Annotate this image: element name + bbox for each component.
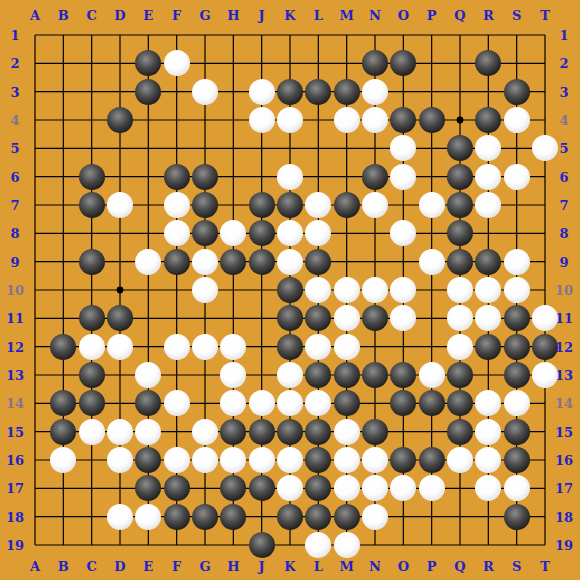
intersection-J4[interactable]	[247, 106, 275, 134]
intersection-N17[interactable]	[361, 474, 389, 502]
intersection-C13[interactable]	[77, 361, 105, 389]
intersection-G4[interactable]	[191, 106, 219, 134]
intersection-D15[interactable]	[106, 417, 134, 445]
intersection-T12[interactable]	[531, 332, 559, 360]
intersection-R4[interactable]	[474, 106, 502, 134]
intersection-Q11[interactable]	[446, 304, 474, 332]
intersection-F17[interactable]	[162, 474, 190, 502]
intersection-T9[interactable]	[531, 247, 559, 275]
intersection-S3[interactable]	[502, 77, 530, 105]
intersection-R10[interactable]	[474, 276, 502, 304]
intersection-J1[interactable]	[247, 21, 275, 49]
intersection-O5[interactable]	[389, 134, 417, 162]
intersection-J10[interactable]	[247, 276, 275, 304]
intersection-C4[interactable]	[77, 106, 105, 134]
intersection-O12[interactable]	[389, 332, 417, 360]
intersection-F7[interactable]	[162, 191, 190, 219]
intersection-F18[interactable]	[162, 502, 190, 530]
intersection-N7[interactable]	[361, 191, 389, 219]
intersection-R9[interactable]	[474, 247, 502, 275]
intersection-L8[interactable]	[304, 219, 332, 247]
intersection-G3[interactable]	[191, 77, 219, 105]
intersection-R6[interactable]	[474, 162, 502, 190]
intersection-Q3[interactable]	[446, 77, 474, 105]
intersection-M4[interactable]	[332, 106, 360, 134]
intersection-M9[interactable]	[332, 247, 360, 275]
intersection-Q19[interactable]	[446, 531, 474, 559]
intersection-Q4[interactable]	[446, 106, 474, 134]
intersection-G13[interactable]	[191, 361, 219, 389]
intersection-O8[interactable]	[389, 219, 417, 247]
intersection-L5[interactable]	[304, 134, 332, 162]
intersection-N14[interactable]	[361, 389, 389, 417]
intersection-M14[interactable]	[332, 389, 360, 417]
intersection-G17[interactable]	[191, 474, 219, 502]
intersection-E3[interactable]	[134, 77, 162, 105]
intersection-J9[interactable]	[247, 247, 275, 275]
intersection-C1[interactable]	[77, 21, 105, 49]
intersection-P17[interactable]	[417, 474, 445, 502]
intersection-A12[interactable]	[21, 332, 49, 360]
intersection-D17[interactable]	[106, 474, 134, 502]
intersection-B19[interactable]	[49, 531, 77, 559]
intersection-P19[interactable]	[417, 531, 445, 559]
intersection-K15[interactable]	[276, 417, 304, 445]
intersection-J18[interactable]	[247, 502, 275, 530]
intersection-O2[interactable]	[389, 49, 417, 77]
intersection-N1[interactable]	[361, 21, 389, 49]
intersection-O18[interactable]	[389, 502, 417, 530]
intersection-Q14[interactable]	[446, 389, 474, 417]
intersection-O3[interactable]	[389, 77, 417, 105]
intersection-B6[interactable]	[49, 162, 77, 190]
intersection-P16[interactable]	[417, 446, 445, 474]
intersection-O19[interactable]	[389, 531, 417, 559]
intersection-A8[interactable]	[21, 219, 49, 247]
intersection-T8[interactable]	[531, 219, 559, 247]
intersection-A11[interactable]	[21, 304, 49, 332]
intersection-G8[interactable]	[191, 219, 219, 247]
intersection-D5[interactable]	[106, 134, 134, 162]
intersection-C18[interactable]	[77, 502, 105, 530]
intersection-O17[interactable]	[389, 474, 417, 502]
intersection-T11[interactable]	[531, 304, 559, 332]
intersection-D9[interactable]	[106, 247, 134, 275]
intersection-D18[interactable]	[106, 502, 134, 530]
intersection-H4[interactable]	[219, 106, 247, 134]
intersection-J17[interactable]	[247, 474, 275, 502]
intersection-T16[interactable]	[531, 446, 559, 474]
intersection-F5[interactable]	[162, 134, 190, 162]
intersection-L10[interactable]	[304, 276, 332, 304]
intersection-S9[interactable]	[502, 247, 530, 275]
intersection-R18[interactable]	[474, 502, 502, 530]
intersection-K18[interactable]	[276, 502, 304, 530]
intersection-D3[interactable]	[106, 77, 134, 105]
intersection-J8[interactable]	[247, 219, 275, 247]
intersection-Q17[interactable]	[446, 474, 474, 502]
intersection-K12[interactable]	[276, 332, 304, 360]
intersection-T6[interactable]	[531, 162, 559, 190]
intersection-P9[interactable]	[417, 247, 445, 275]
intersection-K4[interactable]	[276, 106, 304, 134]
intersection-G2[interactable]	[191, 49, 219, 77]
intersection-R1[interactable]	[474, 21, 502, 49]
intersection-B1[interactable]	[49, 21, 77, 49]
intersection-G19[interactable]	[191, 531, 219, 559]
intersection-R13[interactable]	[474, 361, 502, 389]
intersection-J3[interactable]	[247, 77, 275, 105]
intersection-H7[interactable]	[219, 191, 247, 219]
intersection-K2[interactable]	[276, 49, 304, 77]
intersection-S4[interactable]	[502, 106, 530, 134]
intersection-B3[interactable]	[49, 77, 77, 105]
intersection-B13[interactable]	[49, 361, 77, 389]
intersection-C5[interactable]	[77, 134, 105, 162]
intersection-R3[interactable]	[474, 77, 502, 105]
intersection-Q12[interactable]	[446, 332, 474, 360]
intersection-A15[interactable]	[21, 417, 49, 445]
intersection-C10[interactable]	[77, 276, 105, 304]
intersection-N6[interactable]	[361, 162, 389, 190]
intersection-G1[interactable]	[191, 21, 219, 49]
intersection-T1[interactable]	[531, 21, 559, 49]
intersection-S6[interactable]	[502, 162, 530, 190]
intersection-F9[interactable]	[162, 247, 190, 275]
intersection-B16[interactable]	[49, 446, 77, 474]
intersection-E2[interactable]	[134, 49, 162, 77]
intersection-L13[interactable]	[304, 361, 332, 389]
intersection-P15[interactable]	[417, 417, 445, 445]
intersection-C16[interactable]	[77, 446, 105, 474]
intersection-R19[interactable]	[474, 531, 502, 559]
intersection-G7[interactable]	[191, 191, 219, 219]
intersection-G15[interactable]	[191, 417, 219, 445]
intersection-K6[interactable]	[276, 162, 304, 190]
intersection-B8[interactable]	[49, 219, 77, 247]
intersection-S13[interactable]	[502, 361, 530, 389]
intersection-M2[interactable]	[332, 49, 360, 77]
intersection-A6[interactable]	[21, 162, 49, 190]
intersection-F15[interactable]	[162, 417, 190, 445]
intersection-C14[interactable]	[77, 389, 105, 417]
intersection-A5[interactable]	[21, 134, 49, 162]
intersection-N13[interactable]	[361, 361, 389, 389]
intersection-E12[interactable]	[134, 332, 162, 360]
intersection-B15[interactable]	[49, 417, 77, 445]
intersection-H14[interactable]	[219, 389, 247, 417]
intersection-Q9[interactable]	[446, 247, 474, 275]
intersection-L18[interactable]	[304, 502, 332, 530]
intersection-C9[interactable]	[77, 247, 105, 275]
intersection-E6[interactable]	[134, 162, 162, 190]
intersection-K11[interactable]	[276, 304, 304, 332]
intersection-Q8[interactable]	[446, 219, 474, 247]
intersection-A4[interactable]	[21, 106, 49, 134]
intersection-K3[interactable]	[276, 77, 304, 105]
intersection-R5[interactable]	[474, 134, 502, 162]
intersection-N12[interactable]	[361, 332, 389, 360]
intersection-F11[interactable]	[162, 304, 190, 332]
intersection-N3[interactable]	[361, 77, 389, 105]
intersection-K10[interactable]	[276, 276, 304, 304]
intersection-G5[interactable]	[191, 134, 219, 162]
intersection-B17[interactable]	[49, 474, 77, 502]
intersection-N16[interactable]	[361, 446, 389, 474]
intersection-P8[interactable]	[417, 219, 445, 247]
intersection-N9[interactable]	[361, 247, 389, 275]
intersection-G18[interactable]	[191, 502, 219, 530]
intersection-C15[interactable]	[77, 417, 105, 445]
intersection-B7[interactable]	[49, 191, 77, 219]
intersection-M11[interactable]	[332, 304, 360, 332]
intersection-S5[interactable]	[502, 134, 530, 162]
intersection-G12[interactable]	[191, 332, 219, 360]
intersection-E10[interactable]	[134, 276, 162, 304]
intersection-O1[interactable]	[389, 21, 417, 49]
intersection-E5[interactable]	[134, 134, 162, 162]
intersection-S18[interactable]	[502, 502, 530, 530]
intersection-K7[interactable]	[276, 191, 304, 219]
intersection-H9[interactable]	[219, 247, 247, 275]
intersection-D8[interactable]	[106, 219, 134, 247]
intersection-T3[interactable]	[531, 77, 559, 105]
intersection-A14[interactable]	[21, 389, 49, 417]
intersection-T7[interactable]	[531, 191, 559, 219]
intersection-J7[interactable]	[247, 191, 275, 219]
intersection-P11[interactable]	[417, 304, 445, 332]
intersection-A1[interactable]	[21, 21, 49, 49]
intersection-M13[interactable]	[332, 361, 360, 389]
intersection-K8[interactable]	[276, 219, 304, 247]
intersection-E18[interactable]	[134, 502, 162, 530]
intersection-M5[interactable]	[332, 134, 360, 162]
intersection-H5[interactable]	[219, 134, 247, 162]
intersection-D7[interactable]	[106, 191, 134, 219]
intersection-N8[interactable]	[361, 219, 389, 247]
intersection-P3[interactable]	[417, 77, 445, 105]
intersection-R16[interactable]	[474, 446, 502, 474]
intersection-F13[interactable]	[162, 361, 190, 389]
intersection-E8[interactable]	[134, 219, 162, 247]
intersection-E13[interactable]	[134, 361, 162, 389]
intersection-Q10[interactable]	[446, 276, 474, 304]
intersection-D19[interactable]	[106, 531, 134, 559]
intersection-F14[interactable]	[162, 389, 190, 417]
intersection-R2[interactable]	[474, 49, 502, 77]
intersection-T17[interactable]	[531, 474, 559, 502]
intersection-D13[interactable]	[106, 361, 134, 389]
intersection-P13[interactable]	[417, 361, 445, 389]
intersection-F10[interactable]	[162, 276, 190, 304]
intersection-L4[interactable]	[304, 106, 332, 134]
intersection-R15[interactable]	[474, 417, 502, 445]
intersection-L12[interactable]	[304, 332, 332, 360]
intersection-N15[interactable]	[361, 417, 389, 445]
intersection-N2[interactable]	[361, 49, 389, 77]
intersection-J19[interactable]	[247, 531, 275, 559]
intersection-L14[interactable]	[304, 389, 332, 417]
intersection-S7[interactable]	[502, 191, 530, 219]
intersection-F2[interactable]	[162, 49, 190, 77]
intersection-P14[interactable]	[417, 389, 445, 417]
intersection-B11[interactable]	[49, 304, 77, 332]
intersection-M12[interactable]	[332, 332, 360, 360]
intersection-T4[interactable]	[531, 106, 559, 134]
intersection-F8[interactable]	[162, 219, 190, 247]
intersection-J6[interactable]	[247, 162, 275, 190]
intersection-L1[interactable]	[304, 21, 332, 49]
intersection-A2[interactable]	[21, 49, 49, 77]
intersection-P6[interactable]	[417, 162, 445, 190]
intersection-J11[interactable]	[247, 304, 275, 332]
intersection-M15[interactable]	[332, 417, 360, 445]
intersection-H1[interactable]	[219, 21, 247, 49]
intersection-O6[interactable]	[389, 162, 417, 190]
intersection-Q5[interactable]	[446, 134, 474, 162]
intersection-C8[interactable]	[77, 219, 105, 247]
intersection-K16[interactable]	[276, 446, 304, 474]
intersection-H6[interactable]	[219, 162, 247, 190]
intersection-E9[interactable]	[134, 247, 162, 275]
intersection-B14[interactable]	[49, 389, 77, 417]
intersection-T10[interactable]	[531, 276, 559, 304]
intersection-D4[interactable]	[106, 106, 134, 134]
intersection-F6[interactable]	[162, 162, 190, 190]
intersection-D1[interactable]	[106, 21, 134, 49]
intersection-E15[interactable]	[134, 417, 162, 445]
intersection-M7[interactable]	[332, 191, 360, 219]
intersection-T19[interactable]	[531, 531, 559, 559]
intersection-E1[interactable]	[134, 21, 162, 49]
intersection-J14[interactable]	[247, 389, 275, 417]
intersection-P5[interactable]	[417, 134, 445, 162]
intersection-N5[interactable]	[361, 134, 389, 162]
intersection-M18[interactable]	[332, 502, 360, 530]
intersection-S1[interactable]	[502, 21, 530, 49]
intersection-H11[interactable]	[219, 304, 247, 332]
intersection-C12[interactable]	[77, 332, 105, 360]
intersection-S14[interactable]	[502, 389, 530, 417]
intersection-F12[interactable]	[162, 332, 190, 360]
intersection-Q13[interactable]	[446, 361, 474, 389]
intersection-J16[interactable]	[247, 446, 275, 474]
intersection-A17[interactable]	[21, 474, 49, 502]
intersection-J13[interactable]	[247, 361, 275, 389]
intersection-H18[interactable]	[219, 502, 247, 530]
intersection-L3[interactable]	[304, 77, 332, 105]
intersection-O16[interactable]	[389, 446, 417, 474]
intersection-N10[interactable]	[361, 276, 389, 304]
intersection-L6[interactable]	[304, 162, 332, 190]
intersection-K5[interactable]	[276, 134, 304, 162]
intersection-D11[interactable]	[106, 304, 134, 332]
intersection-E19[interactable]	[134, 531, 162, 559]
intersection-H13[interactable]	[219, 361, 247, 389]
intersection-A18[interactable]	[21, 502, 49, 530]
intersection-P12[interactable]	[417, 332, 445, 360]
intersection-D16[interactable]	[106, 446, 134, 474]
intersection-N11[interactable]	[361, 304, 389, 332]
intersection-R7[interactable]	[474, 191, 502, 219]
intersection-H19[interactable]	[219, 531, 247, 559]
intersection-E4[interactable]	[134, 106, 162, 134]
intersection-P10[interactable]	[417, 276, 445, 304]
intersection-J2[interactable]	[247, 49, 275, 77]
intersection-J12[interactable]	[247, 332, 275, 360]
intersection-A19[interactable]	[21, 531, 49, 559]
intersection-D14[interactable]	[106, 389, 134, 417]
intersection-K13[interactable]	[276, 361, 304, 389]
intersection-M17[interactable]	[332, 474, 360, 502]
intersection-S8[interactable]	[502, 219, 530, 247]
intersection-T18[interactable]	[531, 502, 559, 530]
intersection-S10[interactable]	[502, 276, 530, 304]
intersection-S2[interactable]	[502, 49, 530, 77]
intersection-Q15[interactable]	[446, 417, 474, 445]
intersection-K9[interactable]	[276, 247, 304, 275]
intersection-F16[interactable]	[162, 446, 190, 474]
intersection-H2[interactable]	[219, 49, 247, 77]
intersection-B10[interactable]	[49, 276, 77, 304]
intersection-G9[interactable]	[191, 247, 219, 275]
intersection-R8[interactable]	[474, 219, 502, 247]
intersection-S16[interactable]	[502, 446, 530, 474]
intersection-E7[interactable]	[134, 191, 162, 219]
intersection-N18[interactable]	[361, 502, 389, 530]
intersection-F19[interactable]	[162, 531, 190, 559]
intersection-F4[interactable]	[162, 106, 190, 134]
intersection-E11[interactable]	[134, 304, 162, 332]
intersection-H8[interactable]	[219, 219, 247, 247]
intersection-A13[interactable]	[21, 361, 49, 389]
intersection-Q1[interactable]	[446, 21, 474, 49]
intersection-B4[interactable]	[49, 106, 77, 134]
intersection-C19[interactable]	[77, 531, 105, 559]
intersection-R12[interactable]	[474, 332, 502, 360]
intersection-S15[interactable]	[502, 417, 530, 445]
intersection-T5[interactable]	[531, 134, 559, 162]
intersection-H10[interactable]	[219, 276, 247, 304]
intersection-M19[interactable]	[332, 531, 360, 559]
intersection-E17[interactable]	[134, 474, 162, 502]
intersection-L7[interactable]	[304, 191, 332, 219]
intersection-L17[interactable]	[304, 474, 332, 502]
intersection-O7[interactable]	[389, 191, 417, 219]
intersection-G11[interactable]	[191, 304, 219, 332]
intersection-B18[interactable]	[49, 502, 77, 530]
intersection-T15[interactable]	[531, 417, 559, 445]
intersection-E16[interactable]	[134, 446, 162, 474]
intersection-A9[interactable]	[21, 247, 49, 275]
intersection-F1[interactable]	[162, 21, 190, 49]
intersection-L11[interactable]	[304, 304, 332, 332]
intersection-C11[interactable]	[77, 304, 105, 332]
intersection-A3[interactable]	[21, 77, 49, 105]
intersection-A10[interactable]	[21, 276, 49, 304]
intersection-S17[interactable]	[502, 474, 530, 502]
intersection-C2[interactable]	[77, 49, 105, 77]
intersection-H12[interactable]	[219, 332, 247, 360]
intersection-E14[interactable]	[134, 389, 162, 417]
intersection-L16[interactable]	[304, 446, 332, 474]
intersection-M16[interactable]	[332, 446, 360, 474]
intersection-Q16[interactable]	[446, 446, 474, 474]
intersection-O14[interactable]	[389, 389, 417, 417]
intersection-C17[interactable]	[77, 474, 105, 502]
intersection-K17[interactable]	[276, 474, 304, 502]
intersection-T14[interactable]	[531, 389, 559, 417]
